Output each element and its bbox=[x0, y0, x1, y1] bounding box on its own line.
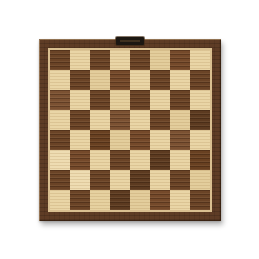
square-f5[interactable] bbox=[150, 110, 170, 130]
square-c1[interactable] bbox=[90, 190, 110, 210]
square-c4[interactable] bbox=[90, 130, 110, 150]
square-b5[interactable] bbox=[70, 110, 90, 130]
square-a4[interactable] bbox=[50, 130, 70, 150]
square-f3[interactable] bbox=[150, 150, 170, 170]
square-d6[interactable] bbox=[110, 90, 130, 110]
square-b8[interactable] bbox=[70, 50, 90, 70]
square-h4[interactable] bbox=[190, 130, 210, 150]
square-b6[interactable] bbox=[70, 90, 90, 110]
square-b2[interactable] bbox=[70, 170, 90, 190]
square-b7[interactable] bbox=[70, 70, 90, 90]
square-e8[interactable] bbox=[130, 50, 150, 70]
square-g5[interactable] bbox=[170, 110, 190, 130]
square-b4[interactable] bbox=[70, 130, 90, 150]
square-e7[interactable] bbox=[130, 70, 150, 90]
square-g7[interactable] bbox=[170, 70, 190, 90]
square-f1[interactable] bbox=[150, 190, 170, 210]
square-f8[interactable] bbox=[150, 50, 170, 70]
square-g8[interactable] bbox=[170, 50, 190, 70]
square-d8[interactable] bbox=[110, 50, 130, 70]
square-a6[interactable] bbox=[50, 90, 70, 110]
square-g3[interactable] bbox=[170, 150, 190, 170]
square-b3[interactable] bbox=[70, 150, 90, 170]
square-f6[interactable] bbox=[150, 90, 170, 110]
square-c6[interactable] bbox=[90, 90, 110, 110]
square-c2[interactable] bbox=[90, 170, 110, 190]
square-h5[interactable] bbox=[190, 110, 210, 130]
square-g1[interactable] bbox=[170, 190, 190, 210]
square-d7[interactable] bbox=[110, 70, 130, 90]
square-f7[interactable] bbox=[150, 70, 170, 90]
brand-plaque bbox=[116, 37, 144, 45]
square-a3[interactable] bbox=[50, 150, 70, 170]
square-e6[interactable] bbox=[130, 90, 150, 110]
square-e2[interactable] bbox=[130, 170, 150, 190]
square-e5[interactable] bbox=[130, 110, 150, 130]
square-d5[interactable] bbox=[110, 110, 130, 130]
square-c8[interactable] bbox=[90, 50, 110, 70]
square-d3[interactable] bbox=[110, 150, 130, 170]
chess-board bbox=[39, 39, 221, 221]
square-h3[interactable] bbox=[190, 150, 210, 170]
square-c3[interactable] bbox=[90, 150, 110, 170]
square-h8[interactable] bbox=[190, 50, 210, 70]
square-h1[interactable] bbox=[190, 190, 210, 210]
square-h2[interactable] bbox=[190, 170, 210, 190]
square-a7[interactable] bbox=[50, 70, 70, 90]
square-d1[interactable] bbox=[110, 190, 130, 210]
board-squares bbox=[48, 48, 212, 212]
square-a1[interactable] bbox=[50, 190, 70, 210]
square-g2[interactable] bbox=[170, 170, 190, 190]
square-e1[interactable] bbox=[130, 190, 150, 210]
square-h6[interactable] bbox=[190, 90, 210, 110]
square-d2[interactable] bbox=[110, 170, 130, 190]
square-c7[interactable] bbox=[90, 70, 110, 90]
square-a5[interactable] bbox=[50, 110, 70, 130]
square-e4[interactable] bbox=[130, 130, 150, 150]
square-g6[interactable] bbox=[170, 90, 190, 110]
square-a2[interactable] bbox=[50, 170, 70, 190]
square-f2[interactable] bbox=[150, 170, 170, 190]
square-h7[interactable] bbox=[190, 70, 210, 90]
product-photo bbox=[0, 0, 259, 259]
square-b1[interactable] bbox=[70, 190, 90, 210]
square-f4[interactable] bbox=[150, 130, 170, 150]
square-c5[interactable] bbox=[90, 110, 110, 130]
square-a8[interactable] bbox=[50, 50, 70, 70]
square-d4[interactable] bbox=[110, 130, 130, 150]
square-e3[interactable] bbox=[130, 150, 150, 170]
square-g4[interactable] bbox=[170, 130, 190, 150]
